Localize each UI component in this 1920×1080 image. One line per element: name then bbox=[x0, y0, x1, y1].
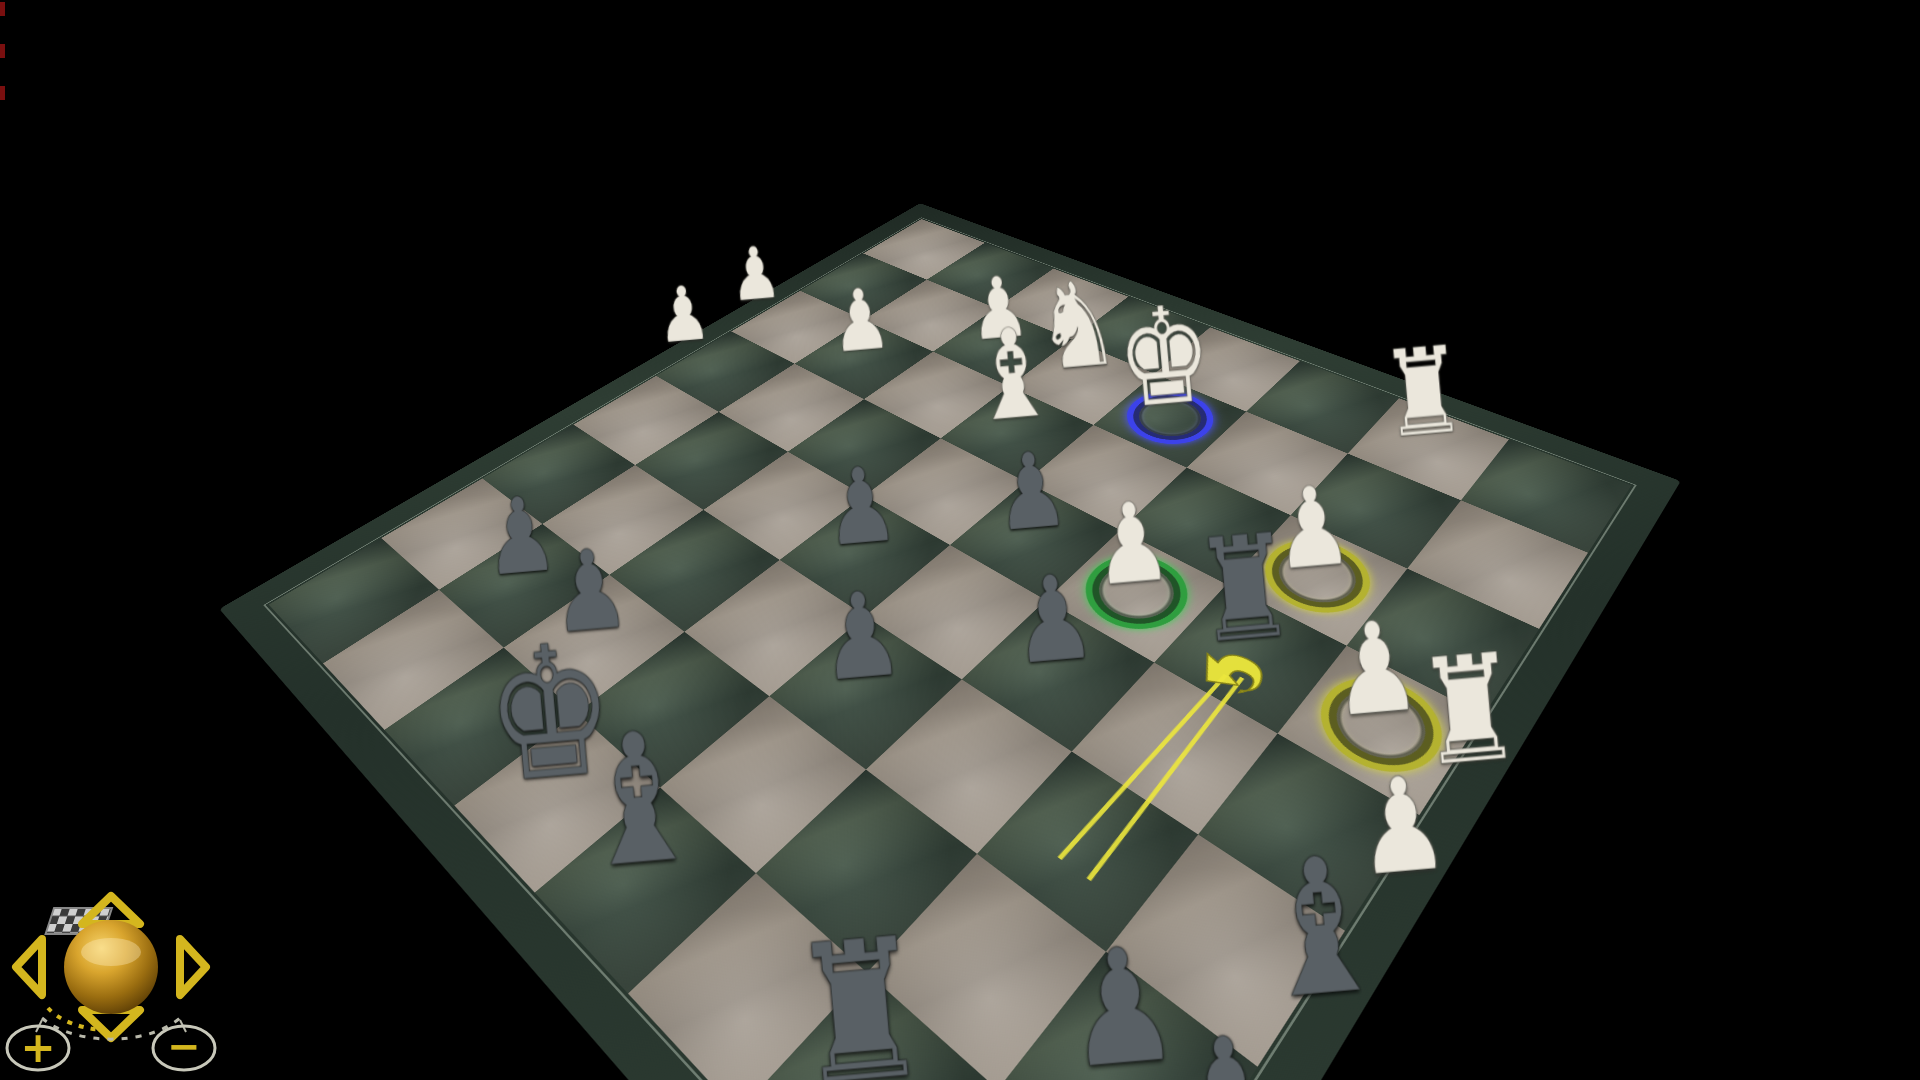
black-B-glyph: ♝ bbox=[545, 705, 732, 898]
rotate-down-button[interactable] bbox=[82, 1010, 140, 1038]
zoom-in-button[interactable]: + bbox=[7, 1023, 69, 1072]
zoom-out-button[interactable]: − bbox=[153, 1023, 215, 1070]
chess-app-screen: { "game": "chess", "scene": "3d-perspect… bbox=[0, 0, 1920, 1080]
black-B-glyph: ♝ bbox=[1214, 826, 1426, 1030]
screen-edge-mark bbox=[0, 86, 5, 100]
black-P-glyph: ♟ bbox=[781, 571, 940, 701]
trackball-highlight bbox=[81, 938, 141, 966]
screen-edge-mark bbox=[0, 2, 5, 16]
view-control-widget: + − bbox=[2, 860, 234, 1074]
rotate-trackball[interactable] bbox=[64, 920, 158, 1014]
rotate-right-button[interactable] bbox=[180, 939, 206, 995]
rotate-left-button[interactable] bbox=[16, 939, 42, 995]
zoom-out-label: − bbox=[167, 1023, 201, 1069]
black-R-glyph: ♜ bbox=[751, 910, 969, 1080]
chess-board: ♜♜♝♝♚♚♟♟♟♟♟♟♟♟♟♟♟♟♟♟♜♜♟♟♟♟♟♟♝♝♟♟♚♚♞♞♟♟♜♜… bbox=[219, 203, 1681, 1080]
black-P-glyph: ♟ bbox=[974, 554, 1133, 684]
zoom-in-label: + bbox=[20, 1023, 55, 1072]
screen-edge-mark bbox=[0, 44, 5, 58]
